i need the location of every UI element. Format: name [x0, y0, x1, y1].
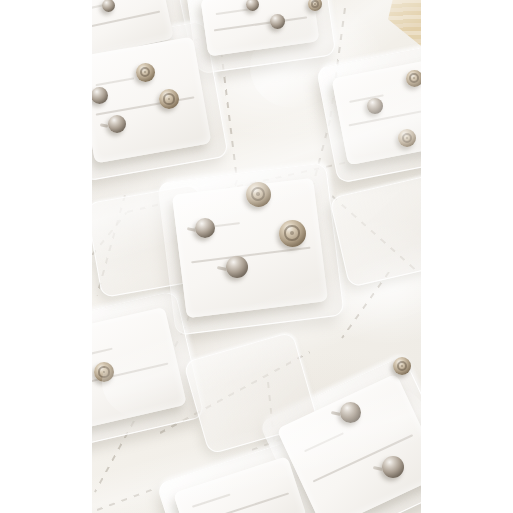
- stud-detail-ring: [140, 67, 151, 78]
- textured-stud-icon: [159, 89, 179, 109]
- stud-detail-ring: [311, 0, 319, 8]
- ball-stud-icon: [246, 0, 259, 11]
- textured-stud-icon: [136, 63, 155, 82]
- textured-stud-icon: [398, 129, 416, 147]
- stud-detail-ring: [409, 73, 419, 83]
- ball-stud-icon: [382, 456, 404, 478]
- stud-post: [186, 227, 196, 232]
- blister-pack-photo: [92, 0, 421, 513]
- stud-post: [217, 266, 228, 271]
- stud-detail-ring: [284, 225, 299, 240]
- stud-post: [373, 466, 384, 471]
- textured-stud-icon: [308, 0, 322, 11]
- ball-stud-icon: [108, 115, 126, 133]
- textured-stud-icon: [393, 357, 411, 375]
- stud-post: [330, 411, 340, 416]
- stud-post: [100, 123, 109, 128]
- ball-stud-icon: [195, 218, 215, 238]
- stud-detail-ring: [251, 187, 265, 201]
- ball-stud-icon: [92, 87, 108, 104]
- ball-stud-icon: [102, 0, 115, 12]
- ball-stud-icon: [340, 402, 361, 423]
- earring-studs: [92, 0, 421, 513]
- ball-stud-icon: [270, 14, 285, 29]
- textured-stud-icon: [279, 220, 306, 247]
- ball-stud-icon: [367, 98, 383, 114]
- textured-stud-icon: [406, 70, 422, 87]
- stud-detail-ring: [402, 133, 412, 143]
- photo-canvas: [0, 0, 513, 513]
- textured-stud-icon: [94, 362, 114, 382]
- stud-detail-ring: [98, 366, 109, 377]
- ball-stud-icon: [226, 256, 248, 278]
- textured-stud-icon: [246, 182, 271, 207]
- stud-detail-ring: [163, 93, 174, 104]
- stud-detail-ring: [397, 361, 407, 371]
